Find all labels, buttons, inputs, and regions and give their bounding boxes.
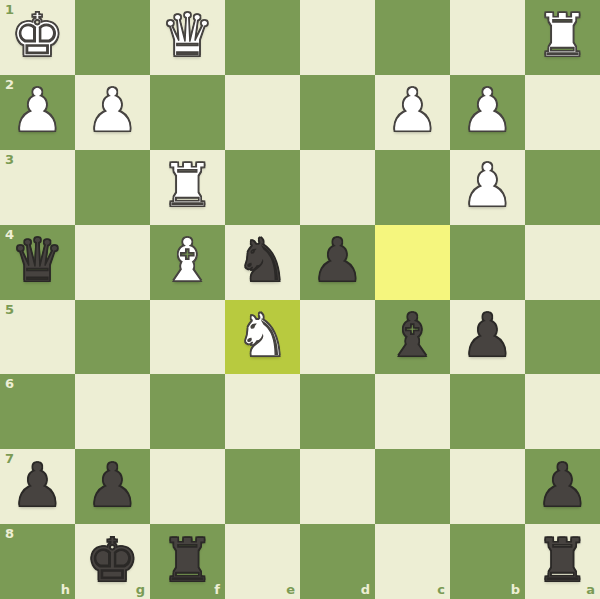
square-f1[interactable]: ♛: [150, 0, 225, 75]
square-a6[interactable]: [525, 374, 600, 449]
square-c7[interactable]: [375, 449, 450, 524]
square-e6[interactable]: [225, 374, 300, 449]
piece-black-queen[interactable]: ♛: [11, 230, 65, 290]
square-a4[interactable]: [525, 225, 600, 300]
square-f4[interactable]: ♝: [150, 225, 225, 300]
piece-black-pawn[interactable]: ♟: [11, 455, 65, 515]
piece-black-rook[interactable]: ♜: [161, 530, 215, 590]
square-a2[interactable]: [525, 75, 600, 150]
square-d1[interactable]: [300, 0, 375, 75]
piece-white-pawn[interactable]: ♟: [461, 155, 515, 215]
square-e4[interactable]: ♞: [225, 225, 300, 300]
square-c6[interactable]: [375, 374, 450, 449]
piece-black-rook[interactable]: ♜: [536, 530, 590, 590]
square-c4[interactable]: [375, 225, 450, 300]
square-c1[interactable]: [375, 0, 450, 75]
rank-label-8: 8: [5, 526, 14, 541]
rank-label-5: 5: [5, 302, 14, 317]
file-label-h: h: [61, 582, 70, 597]
square-b6[interactable]: [450, 374, 525, 449]
square-h1[interactable]: 1♚: [0, 0, 75, 75]
square-g2[interactable]: ♟: [75, 75, 150, 150]
square-a8[interactable]: a♜: [525, 524, 600, 599]
square-g8[interactable]: g♚: [75, 524, 150, 599]
square-c5[interactable]: ♝: [375, 300, 450, 375]
square-f3[interactable]: ♜: [150, 150, 225, 225]
square-h5[interactable]: 5: [0, 300, 75, 375]
square-f2[interactable]: [150, 75, 225, 150]
square-a1[interactable]: ♜: [525, 0, 600, 75]
piece-white-pawn[interactable]: ♟: [11, 80, 65, 140]
square-h7[interactable]: 7♟: [0, 449, 75, 524]
square-e3[interactable]: [225, 150, 300, 225]
square-h6[interactable]: 6: [0, 374, 75, 449]
square-b2[interactable]: ♟: [450, 75, 525, 150]
square-g1[interactable]: [75, 0, 150, 75]
board-container: 1♚♛♜2♟♟♟♟3♜♟4♛♝♞♟5♞♝♟67♟♟♟8hg♚f♜edcba♜: [0, 0, 600, 599]
square-h2[interactable]: 2♟: [0, 75, 75, 150]
file-label-d: d: [361, 582, 370, 597]
square-c8[interactable]: c: [375, 524, 450, 599]
piece-black-pawn[interactable]: ♟: [536, 455, 590, 515]
square-e5[interactable]: ♞: [225, 300, 300, 375]
square-g5[interactable]: [75, 300, 150, 375]
piece-white-queen[interactable]: ♛: [161, 5, 215, 65]
piece-white-rook[interactable]: ♜: [536, 5, 590, 65]
piece-white-pawn[interactable]: ♟: [86, 80, 140, 140]
rank-label-6: 6: [5, 376, 14, 391]
square-a5[interactable]: [525, 300, 600, 375]
square-d7[interactable]: [300, 449, 375, 524]
rank-label-3: 3: [5, 152, 14, 167]
square-f7[interactable]: [150, 449, 225, 524]
square-c2[interactable]: ♟: [375, 75, 450, 150]
square-h4[interactable]: 4♛: [0, 225, 75, 300]
square-d3[interactable]: [300, 150, 375, 225]
piece-black-pawn[interactable]: ♟: [311, 230, 365, 290]
file-label-b: b: [511, 582, 520, 597]
square-g6[interactable]: [75, 374, 150, 449]
square-g3[interactable]: [75, 150, 150, 225]
square-b7[interactable]: [450, 449, 525, 524]
piece-white-pawn[interactable]: ♟: [461, 80, 515, 140]
file-label-f: f: [214, 582, 220, 597]
square-f8[interactable]: f♜: [150, 524, 225, 599]
piece-black-bishop[interactable]: ♝: [386, 305, 440, 365]
square-b1[interactable]: [450, 0, 525, 75]
square-b8[interactable]: b: [450, 524, 525, 599]
square-d6[interactable]: [300, 374, 375, 449]
square-b4[interactable]: [450, 225, 525, 300]
piece-white-king[interactable]: ♚: [11, 5, 65, 65]
square-d4[interactable]: ♟: [300, 225, 375, 300]
square-f6[interactable]: [150, 374, 225, 449]
square-d2[interactable]: [300, 75, 375, 150]
square-b3[interactable]: ♟: [450, 150, 525, 225]
square-d8[interactable]: d: [300, 524, 375, 599]
square-e8[interactable]: e: [225, 524, 300, 599]
square-h8[interactable]: 8h: [0, 524, 75, 599]
square-g4[interactable]: [75, 225, 150, 300]
chess-board: 1♚♛♜2♟♟♟♟3♜♟4♛♝♞♟5♞♝♟67♟♟♟8hg♚f♜edcba♜: [0, 0, 600, 599]
piece-white-knight[interactable]: ♞: [236, 305, 290, 365]
square-e2[interactable]: [225, 75, 300, 150]
file-label-c: c: [437, 582, 445, 597]
piece-black-king[interactable]: ♚: [86, 530, 140, 590]
square-f5[interactable]: [150, 300, 225, 375]
piece-black-knight[interactable]: ♞: [236, 230, 290, 290]
piece-white-bishop[interactable]: ♝: [161, 230, 215, 290]
square-c3[interactable]: [375, 150, 450, 225]
piece-black-pawn[interactable]: ♟: [86, 455, 140, 515]
square-b5[interactable]: ♟: [450, 300, 525, 375]
piece-black-pawn[interactable]: ♟: [461, 305, 515, 365]
file-label-e: e: [286, 582, 295, 597]
piece-white-pawn[interactable]: ♟: [386, 80, 440, 140]
square-g7[interactable]: ♟: [75, 449, 150, 524]
square-d5[interactable]: [300, 300, 375, 375]
square-a3[interactable]: [525, 150, 600, 225]
square-h3[interactable]: 3: [0, 150, 75, 225]
square-e1[interactable]: [225, 0, 300, 75]
piece-white-rook[interactable]: ♜: [161, 155, 215, 215]
square-e7[interactable]: [225, 449, 300, 524]
square-a7[interactable]: ♟: [525, 449, 600, 524]
